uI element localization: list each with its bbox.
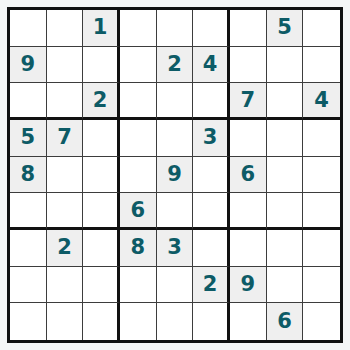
cell-r8c5[interactable] (157, 267, 194, 304)
cell-r7c8[interactable] (267, 230, 304, 267)
cell-r8c2[interactable] (47, 267, 84, 304)
cell-r6c9[interactable] (303, 193, 340, 230)
cell-r3c3-given: 2 (83, 83, 120, 120)
cell-r4c9[interactable] (303, 120, 340, 157)
cell-r9c9[interactable] (303, 303, 340, 340)
cell-r5c1-given: 8 (10, 157, 47, 194)
cell-r6c5[interactable] (157, 193, 194, 230)
cell-r5c6[interactable] (193, 157, 230, 194)
cell-r6c4-given: 6 (120, 193, 157, 230)
cell-r5c7-given: 6 (230, 157, 267, 194)
cell-r5c2[interactable] (47, 157, 84, 194)
cell-r4c4[interactable] (120, 120, 157, 157)
cell-r8c8[interactable] (267, 267, 304, 304)
cell-r9c2[interactable] (47, 303, 84, 340)
cell-r7c2-given: 2 (47, 230, 84, 267)
cell-r2c2[interactable] (47, 47, 84, 84)
cell-r1c2[interactable] (47, 10, 84, 47)
cell-r1c4[interactable] (120, 10, 157, 47)
cell-r3c2[interactable] (47, 83, 84, 120)
cell-r1c9[interactable] (303, 10, 340, 47)
cell-r1c7[interactable] (230, 10, 267, 47)
cell-r8c9[interactable] (303, 267, 340, 304)
cell-r5c9[interactable] (303, 157, 340, 194)
cell-r6c2[interactable] (47, 193, 84, 230)
cell-r5c4[interactable] (120, 157, 157, 194)
cell-r4c6-given: 3 (193, 120, 230, 157)
cell-r4c2-given: 7 (47, 120, 84, 157)
cell-r2c9[interactable] (303, 47, 340, 84)
cell-r9c7[interactable] (230, 303, 267, 340)
cell-r5c5-given: 9 (157, 157, 194, 194)
cell-r3c6[interactable] (193, 83, 230, 120)
cell-r8c1[interactable] (10, 267, 47, 304)
cell-r1c8-given: 5 (267, 10, 304, 47)
cell-r2c7[interactable] (230, 47, 267, 84)
cell-r3c7-given: 7 (230, 83, 267, 120)
cell-r6c8[interactable] (267, 193, 304, 230)
cell-r3c9-given: 4 (303, 83, 340, 120)
cell-r6c3[interactable] (83, 193, 120, 230)
cell-r5c3[interactable] (83, 157, 120, 194)
cell-r1c1[interactable] (10, 10, 47, 47)
cell-r9c5[interactable] (157, 303, 194, 340)
cell-r3c1[interactable] (10, 83, 47, 120)
cell-r1c6[interactable] (193, 10, 230, 47)
cell-r8c7-given: 9 (230, 267, 267, 304)
cell-r7c6[interactable] (193, 230, 230, 267)
cell-r2c4[interactable] (120, 47, 157, 84)
cell-r2c6-given: 4 (193, 47, 230, 84)
cell-r3c8[interactable] (267, 83, 304, 120)
cell-r7c4-given: 8 (120, 230, 157, 267)
cell-r9c8-given: 6 (267, 303, 304, 340)
cell-r2c5-given: 2 (157, 47, 194, 84)
cell-r2c1-given: 9 (10, 47, 47, 84)
cell-r6c1[interactable] (10, 193, 47, 230)
cell-r7c3[interactable] (83, 230, 120, 267)
cell-r4c5[interactable] (157, 120, 194, 157)
cell-r7c1[interactable] (10, 230, 47, 267)
cell-r9c4[interactable] (120, 303, 157, 340)
cell-r9c6[interactable] (193, 303, 230, 340)
cell-r3c4[interactable] (120, 83, 157, 120)
cell-r4c3[interactable] (83, 120, 120, 157)
cell-r8c4[interactable] (120, 267, 157, 304)
cell-r7c9[interactable] (303, 230, 340, 267)
sudoku-board: 159242745738966283296 (7, 7, 343, 343)
cell-r6c7[interactable] (230, 193, 267, 230)
cell-r8c6-given: 2 (193, 267, 230, 304)
cell-r2c3[interactable] (83, 47, 120, 84)
cell-r6c6[interactable] (193, 193, 230, 230)
cell-r7c7[interactable] (230, 230, 267, 267)
cell-r4c7[interactable] (230, 120, 267, 157)
cell-r4c1-given: 5 (10, 120, 47, 157)
cell-r5c8[interactable] (267, 157, 304, 194)
cell-r2c8[interactable] (267, 47, 304, 84)
page: 159242745738966283296 (0, 0, 350, 350)
cell-r8c3[interactable] (83, 267, 120, 304)
cell-r7c5-given: 3 (157, 230, 194, 267)
cell-r9c1[interactable] (10, 303, 47, 340)
cell-r9c3[interactable] (83, 303, 120, 340)
cell-r3c5[interactable] (157, 83, 194, 120)
cell-r1c3-given: 1 (83, 10, 120, 47)
cell-r1c5[interactable] (157, 10, 194, 47)
cell-r4c8[interactable] (267, 120, 304, 157)
